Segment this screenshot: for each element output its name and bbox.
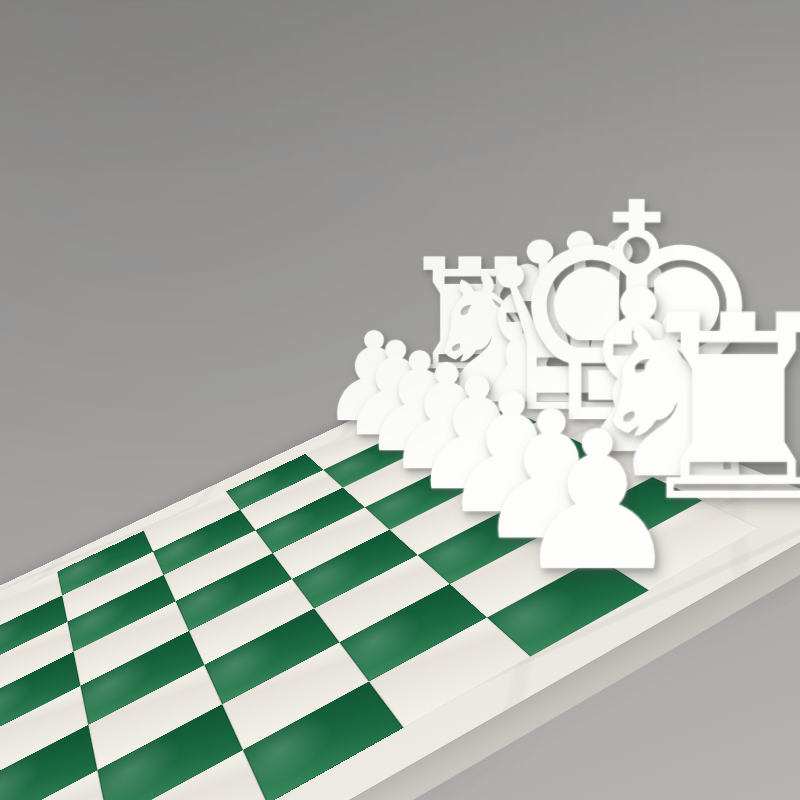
alabaster-board-slab: ♟♟♟♟♟♟♟♟♜♞♝♚♛♝♞♜ <box>0 359 800 800</box>
product-photo-stage: ♟♟♟♟♟♟♟♟♜♞♝♚♛♝♞♜ <box>0 0 800 800</box>
chess-scene: ♟♟♟♟♟♟♟♟♜♞♝♚♛♝♞♜ <box>0 0 800 800</box>
square-e4[interactable] <box>189 579 314 665</box>
white-pawn-h2[interactable]: ♟ <box>512 407 643 598</box>
chess-board-grid: ♟♟♟♟♟♟♟♟♜♞♝♚♛♝♞♜ <box>0 383 760 800</box>
